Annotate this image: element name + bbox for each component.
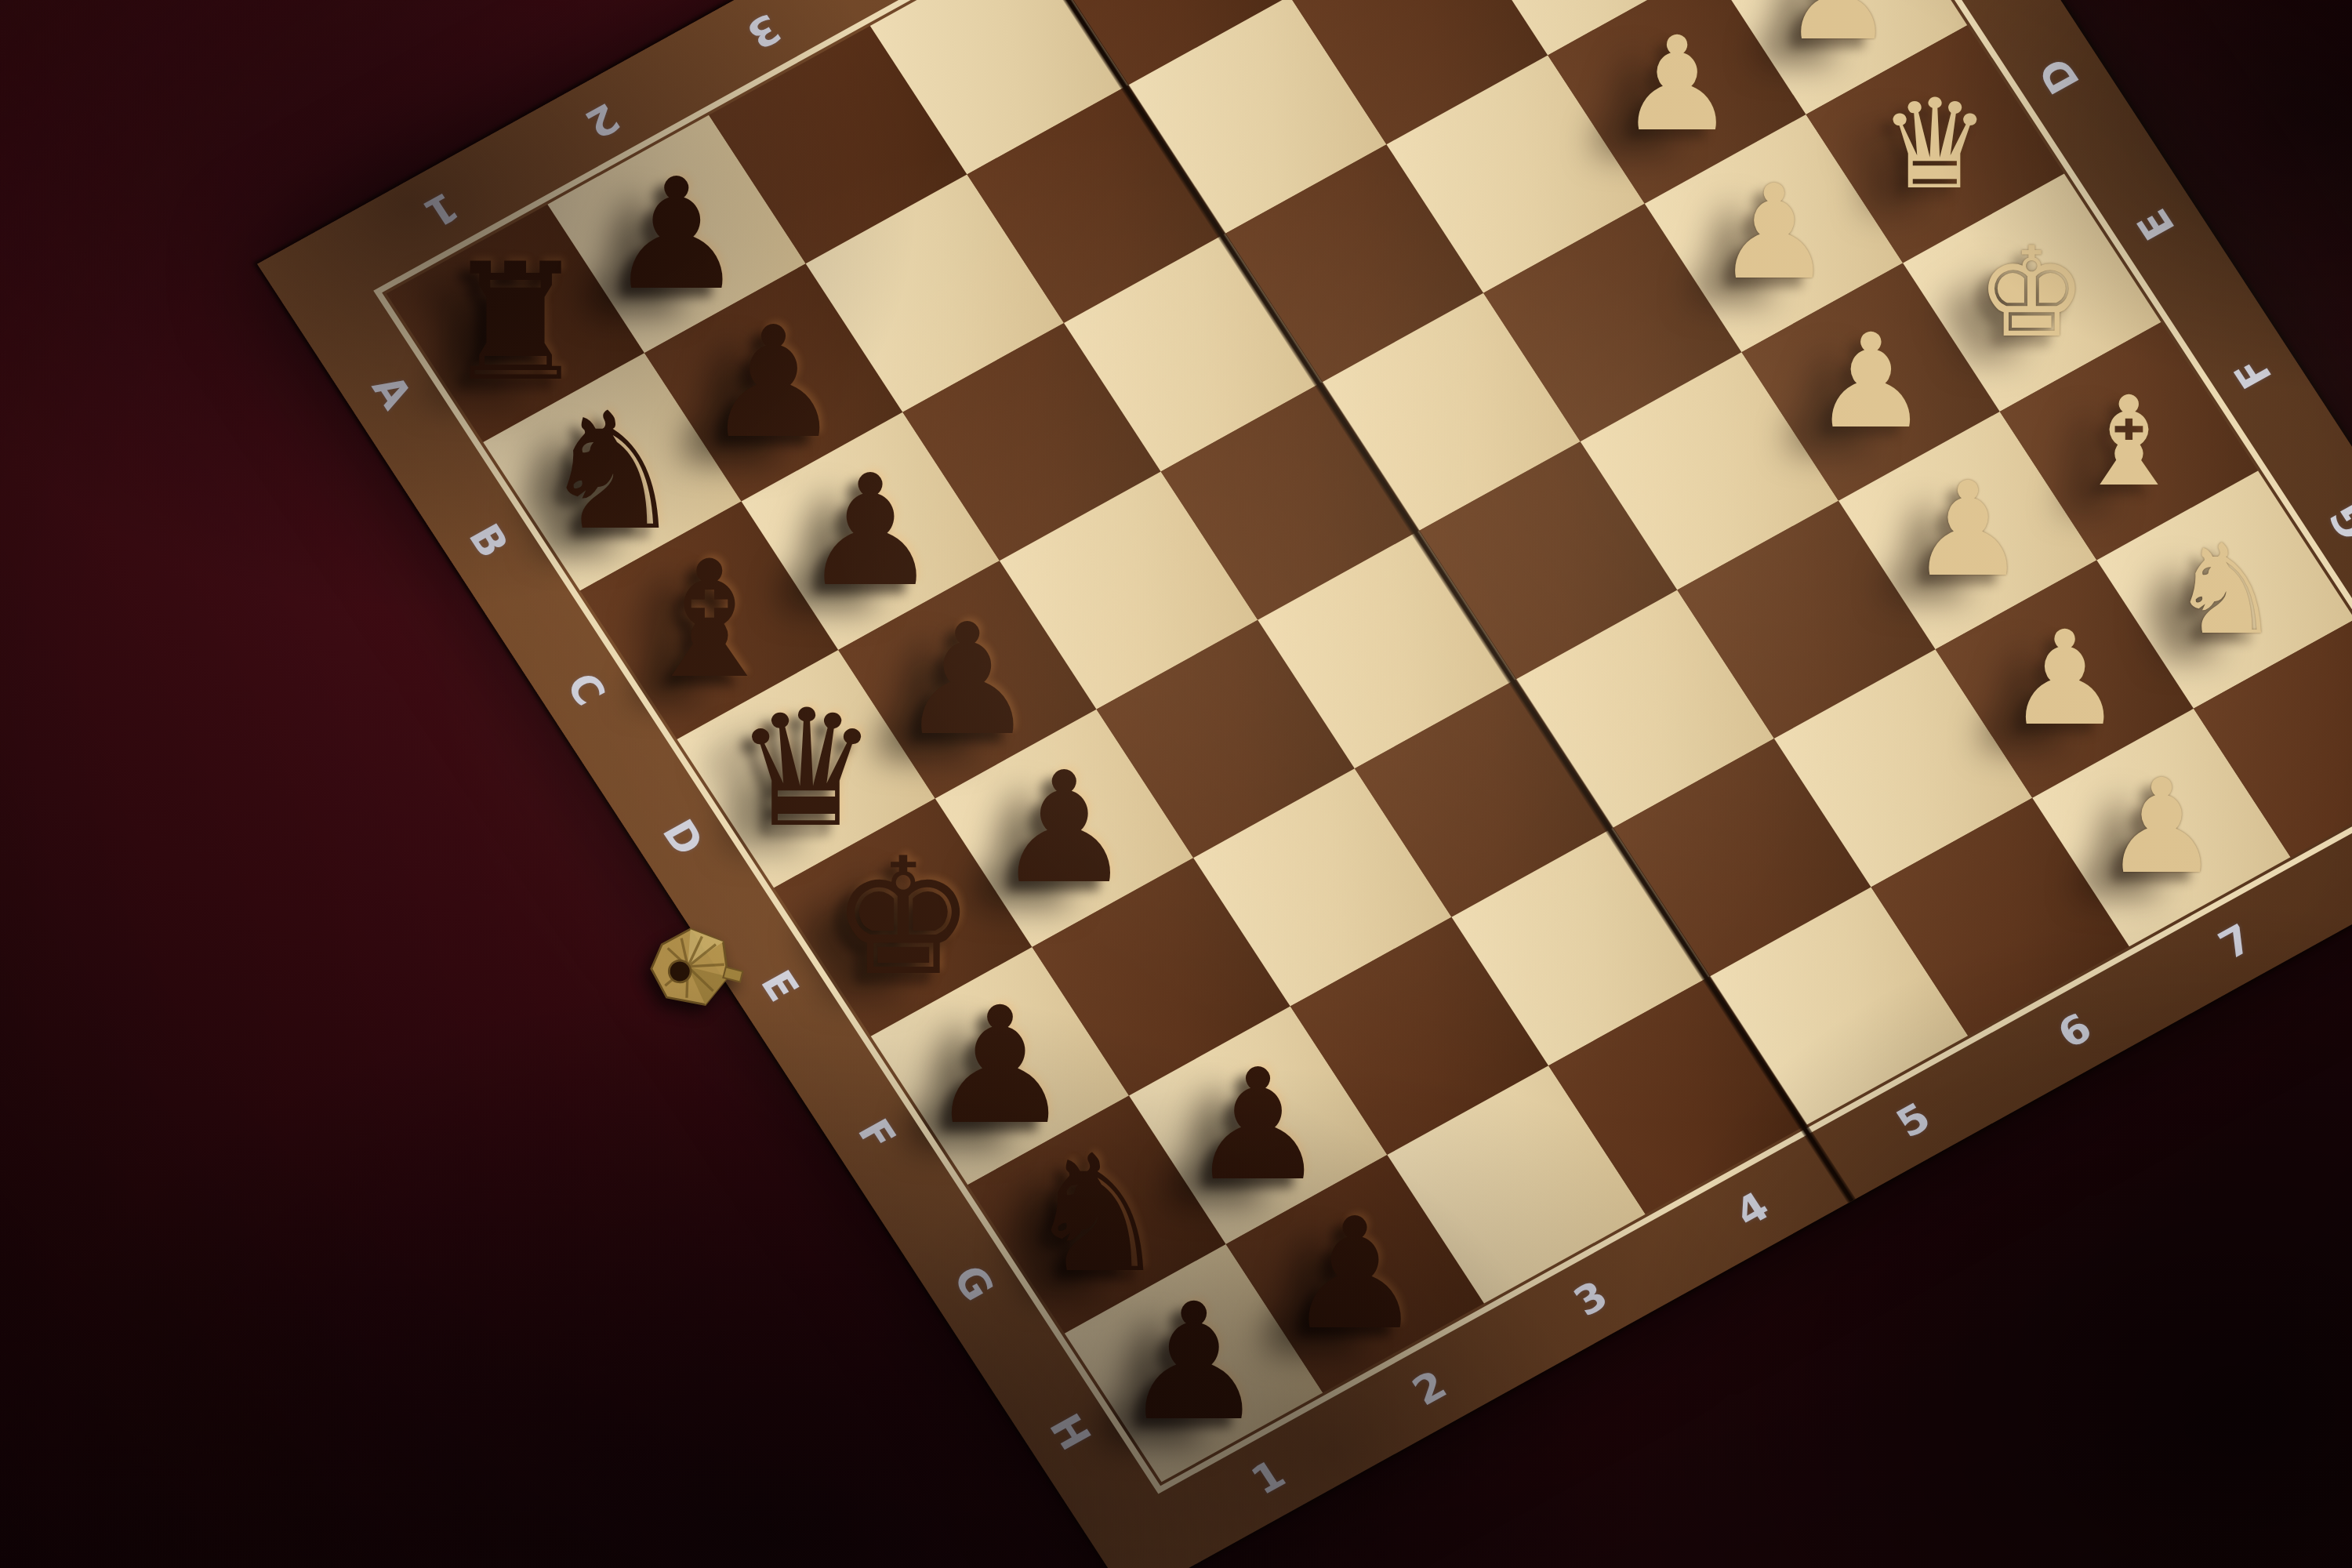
photo-scene: { "game": "chess", "scene": { "descripti… <box>0 0 2352 1568</box>
brass-key-icon <box>637 911 746 1029</box>
playing-area: ♜♟♞♟♝♟♟♟♛♟♟♛♚♟♟♚♟♟♝♞♟♟♞♟♟♟ <box>387 0 2352 1482</box>
stage: ♜♟♞♟♝♟♟♟♛♟♟♛♚♟♟♚♟♟♝♞♟♟♞♟♟♟ AABBCCDDEEFFG… <box>0 0 2352 1568</box>
chess-board: ♜♟♞♟♝♟♟♟♛♟♟♛♚♟♟♚♟♟♝♞♟♟♞♟♟♟ AABBCCDDEEFFG… <box>257 0 2352 1568</box>
